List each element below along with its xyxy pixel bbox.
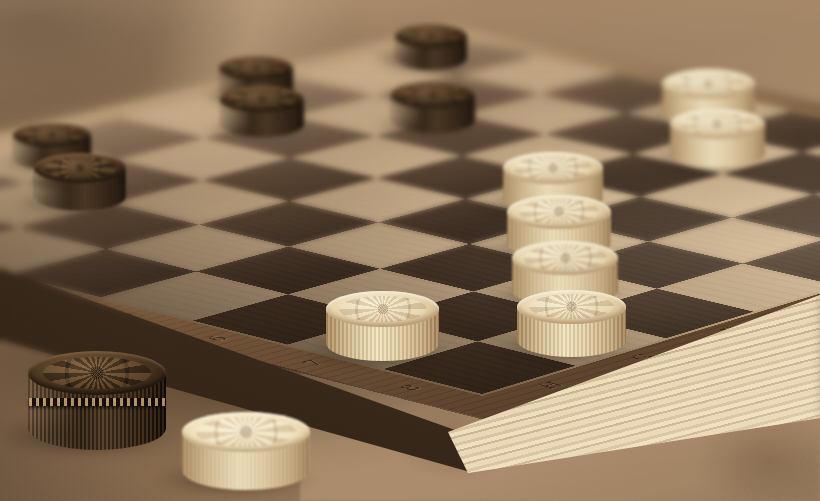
checker-dark-far-table-center xyxy=(395,24,467,70)
checker-light-h7 xyxy=(326,291,439,361)
file-label-G: G xyxy=(627,353,659,362)
checker-dark-c1 xyxy=(391,82,475,133)
checker-light-g8 xyxy=(517,290,626,357)
checker-dark-near-table-stack xyxy=(28,351,166,450)
checkers-photo-scene: 8765HGF xyxy=(0,0,820,501)
rank-label-5: 5 xyxy=(111,311,140,319)
file-label-F: F xyxy=(717,326,747,334)
file-label-H: H xyxy=(534,381,568,390)
checker-dark-e1 xyxy=(220,86,304,137)
rank-label-6: 6 xyxy=(204,335,233,343)
checker-light-near-table-light xyxy=(182,412,310,490)
checker-light-b5 xyxy=(670,109,765,168)
rank-label-8: 8 xyxy=(396,384,426,392)
checker-dark-h2 xyxy=(34,153,126,211)
